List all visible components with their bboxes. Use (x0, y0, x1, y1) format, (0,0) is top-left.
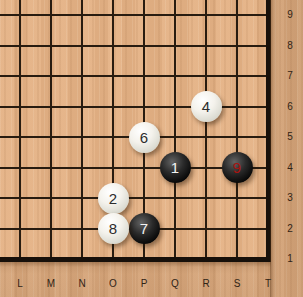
move-number: 9 (233, 159, 241, 176)
stone-P2: 7 (129, 213, 160, 244)
grid-line-vertical (50, 0, 52, 261)
grid-line-vertical (236, 0, 238, 261)
coordinate-label-bottom: O (105, 278, 121, 290)
coordinate-label-bottom: T (260, 278, 276, 290)
coordinate-label-right: 3 (282, 192, 298, 204)
grid-line-vertical (205, 0, 207, 261)
grid-line-horizontal (0, 106, 270, 108)
board-edge-right (266, 0, 271, 262)
stone-S4: 9 (222, 152, 253, 183)
coordinate-label-right: 7 (282, 70, 298, 82)
move-number: 8 (109, 220, 117, 237)
go-board-diagram: LMNOPQRST987654321 1246789 (0, 0, 303, 297)
move-number: 7 (140, 220, 148, 237)
coordinate-label-bottom: L (12, 278, 28, 290)
coordinate-label-right: 1 (282, 253, 298, 265)
coordinate-label-right: 5 (282, 131, 298, 143)
move-number: 4 (202, 98, 210, 115)
coordinate-label-bottom: S (229, 278, 245, 290)
coordinate-label-right: 6 (282, 101, 298, 113)
stone-O3: 2 (98, 183, 129, 214)
grid-line-horizontal (0, 45, 270, 47)
move-number: 2 (109, 190, 117, 207)
coordinate-label-right: 8 (282, 40, 298, 52)
coordinate-label-right: 2 (282, 223, 298, 235)
board-edge-bottom (0, 257, 271, 262)
grid-line-vertical (81, 0, 83, 261)
grid-line-horizontal (0, 14, 270, 16)
coordinate-label-bottom: P (136, 278, 152, 290)
coordinate-label-bottom: Q (167, 278, 183, 290)
grid-line-horizontal (0, 197, 270, 199)
coordinate-label-bottom: R (198, 278, 214, 290)
grid-line-vertical (19, 0, 21, 261)
move-number: 1 (171, 159, 179, 176)
coordinate-label-right: 4 (282, 162, 298, 174)
stone-R6: 4 (191, 91, 222, 122)
grid-line-vertical (174, 0, 176, 261)
stone-O2: 8 (98, 213, 129, 244)
coordinate-label-right: 9 (282, 9, 298, 21)
grid-line-horizontal (0, 75, 270, 77)
coordinate-label-bottom: M (43, 278, 59, 290)
stone-P5: 6 (129, 122, 160, 153)
move-number: 6 (140, 129, 148, 146)
stone-Q4: 1 (160, 152, 191, 183)
coordinate-label-bottom: N (74, 278, 90, 290)
